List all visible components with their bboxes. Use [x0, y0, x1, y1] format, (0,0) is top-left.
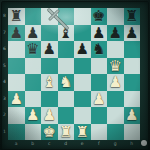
black-pawn[interactable]: ♟ [124, 25, 141, 42]
square-h4[interactable] [124, 74, 141, 91]
file-label-a: a [8, 141, 25, 147]
white-pawn[interactable]: ♟ [25, 107, 42, 124]
square-d5[interactable] [58, 58, 75, 75]
file-label-b: b [25, 141, 42, 147]
square-d1[interactable]: ♜ [58, 124, 75, 141]
square-d3[interactable] [58, 91, 75, 108]
square-d7[interactable]: ♝ [58, 25, 75, 42]
rank-label-4: 4 [2, 74, 7, 91]
file-label-c: c [41, 141, 58, 147]
square-b8[interactable] [25, 8, 42, 25]
chess-board[interactable]: ♜♚♜♟♟♝♟♟♟♛♟♟♞♛♝♞♟♟♟♟♟♟♚♜♜ [8, 8, 140, 140]
black-pawn[interactable]: ♟ [25, 25, 42, 42]
square-f2[interactable] [91, 107, 108, 124]
square-d6[interactable] [58, 41, 75, 58]
black-pawn[interactable]: ♟ [107, 25, 124, 42]
white-bishop[interactable]: ♝ [41, 74, 58, 91]
square-e6[interactable]: ♟ [74, 41, 91, 58]
square-a4[interactable] [8, 74, 25, 91]
white-king[interactable]: ♚ [41, 124, 58, 141]
square-f3[interactable]: ♟ [91, 91, 108, 108]
square-g3[interactable] [107, 91, 124, 108]
square-b5[interactable] [25, 58, 42, 75]
square-a7[interactable]: ♟ [8, 25, 25, 42]
square-h3[interactable] [124, 91, 141, 108]
rank-label-3: 3 [2, 91, 7, 108]
file-label-e: e [74, 141, 91, 147]
square-b3[interactable] [25, 91, 42, 108]
square-c1[interactable]: ♚ [41, 124, 58, 141]
rank-label-6: 6 [2, 41, 7, 58]
black-rook[interactable]: ♜ [8, 8, 25, 25]
square-e5[interactable] [74, 58, 91, 75]
square-b4[interactable] [25, 74, 42, 91]
rank-label-8: 8 [2, 8, 7, 25]
square-a3[interactable]: ♟ [8, 91, 25, 108]
chess-app-screen: ♜♚♜♟♟♝♟♟♟♛♟♟♞♛♝♞♟♟♟♟♟♟♚♜♜ 87654321 abcde… [0, 0, 150, 150]
square-e4[interactable] [74, 74, 91, 91]
square-a2[interactable] [8, 107, 25, 124]
square-h2[interactable]: ♟ [124, 107, 141, 124]
square-c7[interactable] [41, 25, 58, 42]
square-f5[interactable] [91, 58, 108, 75]
file-labels: abcdefgh [8, 141, 140, 147]
square-a1[interactable] [8, 124, 25, 141]
square-f4[interactable] [91, 74, 108, 91]
square-e1[interactable]: ♜ [74, 124, 91, 141]
square-c6[interactable]: ♟ [41, 41, 58, 58]
rank-label-7: 7 [2, 25, 7, 42]
square-b1[interactable] [25, 124, 42, 141]
square-g5[interactable]: ♛ [107, 58, 124, 75]
white-rook[interactable]: ♜ [58, 124, 75, 141]
black-king[interactable]: ♚ [91, 8, 108, 25]
white-rook[interactable]: ♜ [74, 124, 91, 141]
square-g7[interactable]: ♟ [107, 25, 124, 42]
black-pawn[interactable]: ♟ [91, 25, 108, 42]
square-e3[interactable] [74, 91, 91, 108]
file-label-f: f [91, 141, 108, 147]
rank-label-5: 5 [2, 58, 7, 75]
square-a8[interactable]: ♜ [8, 8, 25, 25]
square-d2[interactable] [58, 107, 75, 124]
black-queen[interactable]: ♛ [25, 41, 42, 58]
square-c5[interactable] [41, 58, 58, 75]
square-h8[interactable]: ♜ [124, 8, 141, 25]
square-f7[interactable]: ♟ [91, 25, 108, 42]
square-c2[interactable]: ♟ [41, 107, 58, 124]
rank-labels: 87654321 [2, 8, 7, 140]
square-g4[interactable]: ♟ [107, 74, 124, 91]
square-h1[interactable] [124, 124, 141, 141]
square-b7[interactable]: ♟ [25, 25, 42, 42]
square-f6[interactable]: ♞ [91, 41, 108, 58]
square-h6[interactable] [124, 41, 141, 58]
white-pawn[interactable]: ♟ [107, 74, 124, 91]
square-g1[interactable] [107, 124, 124, 141]
square-h7[interactable]: ♟ [124, 25, 141, 42]
white-pawn[interactable]: ♟ [8, 91, 25, 108]
black-pawn[interactable]: ♟ [8, 25, 25, 42]
square-g2[interactable] [107, 107, 124, 124]
square-e7[interactable] [74, 25, 91, 42]
rank-label-1: 1 [2, 124, 7, 141]
square-b6[interactable]: ♛ [25, 41, 42, 58]
square-d8[interactable] [58, 8, 75, 25]
square-g8[interactable] [107, 8, 124, 25]
black-pawn[interactable]: ♟ [74, 41, 91, 58]
rank-label-2: 2 [2, 107, 7, 124]
black-bishop[interactable]: ♝ [58, 25, 75, 42]
file-label-d: d [58, 141, 75, 147]
black-pawn[interactable]: ♟ [41, 41, 58, 58]
square-c4[interactable]: ♝ [41, 74, 58, 91]
square-h5[interactable] [124, 58, 141, 75]
white-to-move-indicator [141, 140, 147, 146]
square-d4[interactable]: ♞ [58, 74, 75, 91]
square-c3[interactable] [41, 91, 58, 108]
white-queen[interactable]: ♛ [107, 58, 124, 75]
file-label-h: h [124, 141, 141, 147]
square-a6[interactable] [8, 41, 25, 58]
white-pawn[interactable]: ♟ [91, 91, 108, 108]
file-label-g: g [107, 141, 124, 147]
black-knight[interactable]: ♞ [91, 41, 108, 58]
square-g6[interactable] [107, 41, 124, 58]
white-pawn[interactable]: ♟ [41, 107, 58, 124]
square-c8[interactable] [41, 8, 58, 25]
black-rook[interactable]: ♜ [124, 8, 141, 25]
square-f1[interactable] [91, 124, 108, 141]
white-knight[interactable]: ♞ [58, 74, 75, 91]
square-e8[interactable] [74, 8, 91, 25]
square-a5[interactable] [8, 58, 25, 75]
square-e2[interactable] [74, 107, 91, 124]
square-b2[interactable]: ♟ [25, 107, 42, 124]
square-f8[interactable]: ♚ [91, 8, 108, 25]
white-pawn[interactable]: ♟ [124, 107, 141, 124]
